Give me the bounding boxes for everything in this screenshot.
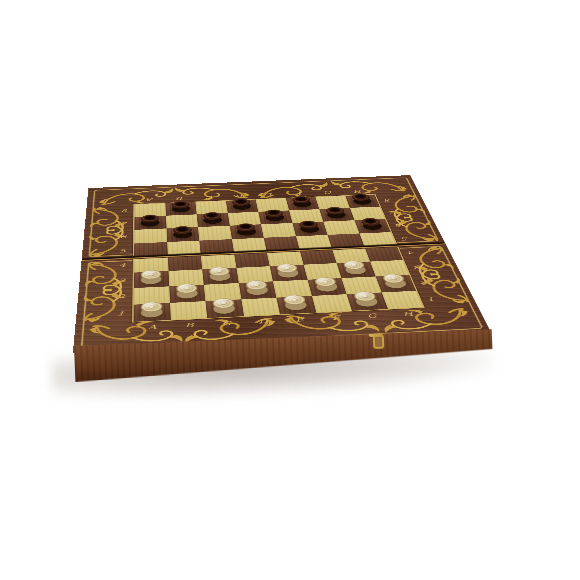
checker-light-a3[interactable] bbox=[141, 269, 162, 279]
rank-label-7: 7 bbox=[113, 217, 133, 231]
square-b1[interactable] bbox=[170, 301, 207, 320]
checker-light-e1[interactable] bbox=[283, 294, 306, 305]
file-label-a: A bbox=[133, 321, 171, 334]
checker-light-h2[interactable] bbox=[382, 273, 406, 283]
square-f1[interactable] bbox=[312, 294, 352, 313]
file-label-b: B bbox=[171, 319, 209, 332]
square-f2[interactable] bbox=[307, 278, 346, 296]
square-h1[interactable] bbox=[381, 291, 423, 309]
file-label-c: C bbox=[207, 317, 245, 330]
checker-light-c1[interactable] bbox=[212, 298, 235, 309]
square-a3[interactable] bbox=[134, 271, 169, 288]
checker-dark-e7[interactable] bbox=[264, 209, 284, 217]
square-h2[interactable] bbox=[375, 275, 416, 292]
square-d2[interactable] bbox=[238, 281, 276, 299]
square-g3[interactable] bbox=[337, 261, 376, 278]
file-label-f: F bbox=[316, 311, 355, 324]
checker-light-b2[interactable] bbox=[176, 283, 198, 294]
square-e1[interactable] bbox=[276, 296, 316, 315]
square-c1[interactable] bbox=[205, 299, 243, 318]
rank-label-1: 1 bbox=[109, 305, 133, 323]
rank-labels-left: 87654321 bbox=[109, 205, 134, 323]
checker-dark-h6[interactable] bbox=[360, 218, 381, 226]
checker-light-g3[interactable] bbox=[343, 260, 366, 270]
checker-dark-h8[interactable] bbox=[350, 193, 370, 201]
checker-light-e3[interactable] bbox=[276, 263, 298, 273]
checker-dark-f8[interactable] bbox=[291, 196, 311, 204]
checker-light-c3[interactable] bbox=[209, 266, 230, 276]
rank-label-6: 6 bbox=[112, 230, 133, 244]
checker-light-g1[interactable] bbox=[353, 291, 377, 302]
checker-dark-b8[interactable] bbox=[171, 201, 190, 209]
board-face: 87654321 87654321 ABCDEFGH ABCDEFGH bbox=[73, 175, 491, 353]
checker-dark-c7[interactable] bbox=[203, 212, 222, 220]
checker-dark-g7[interactable] bbox=[325, 207, 346, 215]
rank-label-8: 8 bbox=[113, 205, 133, 218]
checker-dark-f6[interactable] bbox=[298, 220, 319, 229]
square-e3[interactable] bbox=[270, 265, 308, 282]
checker-dark-b6[interactable] bbox=[173, 226, 192, 235]
checker-dark-d6[interactable] bbox=[236, 223, 256, 232]
file-label-g: G bbox=[352, 310, 392, 323]
square-c3[interactable] bbox=[202, 268, 238, 285]
file-label-h: H bbox=[388, 308, 428, 321]
checker-dark-a7[interactable] bbox=[141, 214, 160, 222]
square-a1[interactable] bbox=[134, 303, 171, 322]
open-game-box: 87654321 87654321 ABCDEFGH ABCDEFGH bbox=[73, 175, 491, 353]
playing-field bbox=[134, 195, 423, 322]
checker-light-f2[interactable] bbox=[314, 277, 337, 287]
square-b2[interactable] bbox=[169, 285, 206, 303]
file-label-d: D bbox=[244, 315, 283, 328]
checker-light-a1[interactable] bbox=[141, 301, 163, 312]
product-photo: 87654321 87654321 ABCDEFGH ABCDEFGH bbox=[0, 0, 580, 580]
rank-label-3: 3 bbox=[110, 272, 132, 289]
rank-label-2: 2 bbox=[109, 288, 132, 306]
square-d1[interactable] bbox=[241, 297, 280, 316]
checker-light-d2[interactable] bbox=[245, 280, 267, 290]
checker-dark-d8[interactable] bbox=[231, 198, 250, 206]
file-label-e: E bbox=[280, 313, 319, 326]
